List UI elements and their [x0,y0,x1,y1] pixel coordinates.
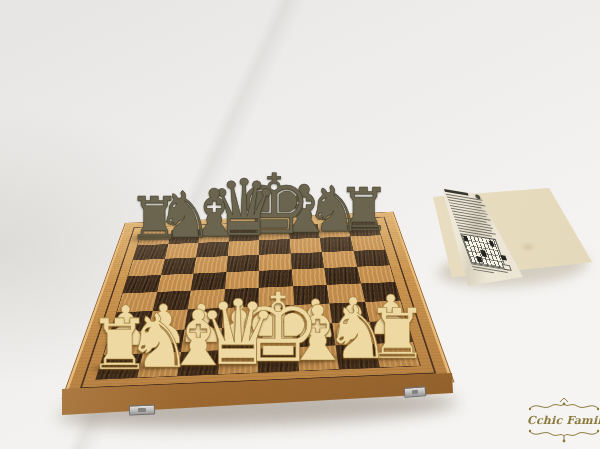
watermark: Cchic Family [527,396,600,443]
table-dark-cell [480,250,487,257]
square-c6[interactable] [194,256,228,273]
watermark-text: Cchic Family [527,414,600,427]
square-g5[interactable] [324,267,360,285]
square-b5[interactable] [157,273,194,292]
square-h6[interactable] [353,250,389,267]
box-latch-left [129,405,155,416]
square-d6[interactable] [226,255,259,272]
latch-slot [138,408,145,412]
square-b6[interactable] [161,257,196,274]
table-dark-cell [476,256,483,262]
watermark-flourish-top [527,396,600,414]
square-e6[interactable] [259,253,292,270]
white-rook-a1[interactable]: ♜ [88,310,151,380]
table-dark-cell [489,241,495,247]
box-latch-right [404,386,427,398]
black-rook-a8[interactable]: ♜ [128,189,181,248]
square-f6[interactable] [290,252,324,269]
watermark-flourish-bottom [527,427,600,443]
square-a5[interactable] [123,275,161,294]
square-h5[interactable] [357,265,395,283]
square-g6[interactable] [322,251,357,268]
square-a6[interactable] [128,259,164,276]
scene: ♜♞♝♛♚♝♞♜♟♟♟♟♟♟♟♟♜♞♝♛♚♝♞♜ Cchic Family [0,0,600,449]
latch-slot [412,390,418,394]
